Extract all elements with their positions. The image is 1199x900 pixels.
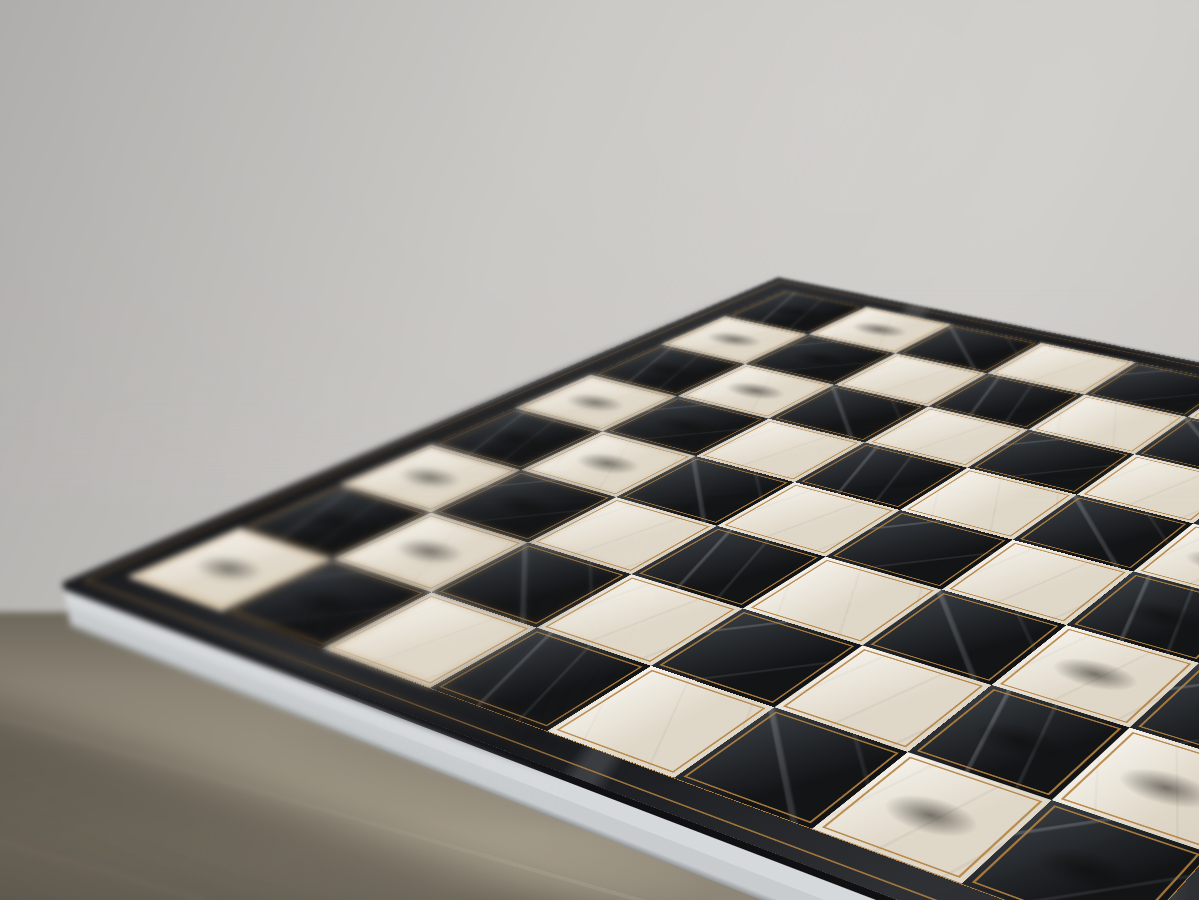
piece-shadow (463, 484, 583, 528)
photo-scene: ♜♟♟♜♞♟♟♞♝♟♟♝♚♟♟♚♛♟♟♛♝♟♟♝♞♟♟♞♜♟♟♜ (0, 0, 1199, 900)
piece-shadow (942, 706, 1095, 776)
piece-shadow (273, 499, 394, 544)
piece-shadow (165, 544, 293, 594)
piece-shadow (542, 386, 648, 420)
piece-shadow (630, 408, 739, 444)
piece-shadow (685, 325, 783, 354)
piece-shadow (366, 527, 492, 575)
piece-shadow (461, 420, 572, 457)
piece-shadow (1000, 827, 1170, 900)
piece-shadow (550, 444, 664, 484)
piece-shadow (1095, 589, 1199, 644)
piece-shadow (748, 299, 842, 326)
piece-shadow (616, 354, 718, 385)
piece-shadow (371, 457, 487, 498)
piece-shadow (703, 374, 808, 407)
piece-shadow (1023, 644, 1167, 706)
piece-shadow (1087, 751, 1199, 827)
piece-shadow (769, 344, 869, 375)
piece-shadow (831, 316, 927, 344)
piece-shadow (850, 777, 1013, 857)
